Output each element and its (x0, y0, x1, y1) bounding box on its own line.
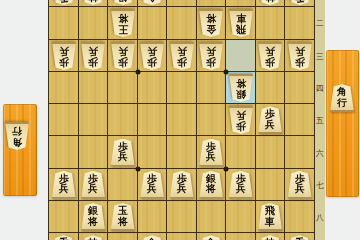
piece-歩兵-83[interactable]: 歩兵 (81, 42, 105, 70)
piece-face: 香車 (52, 0, 76, 5)
piece-桂馬-29[interactable]: 桂馬 (258, 235, 282, 240)
piece-face: 歩兵 (81, 171, 105, 199)
piece-face: 歩兵 (111, 139, 135, 167)
piece-face: 金将 (140, 235, 164, 240)
square-6-5[interactable] (138, 104, 168, 136)
square-2-2[interactable] (256, 7, 286, 39)
piece-face: 玉将 (111, 203, 135, 231)
square-5-1[interactable] (167, 0, 197, 7)
piece-kanji: 歩 (236, 121, 246, 132)
square-3-3[interactable] (226, 40, 256, 72)
piece-kanji: 歩 (177, 56, 187, 67)
piece-kanji: 歩 (147, 56, 157, 67)
rank-label-6: 六 (315, 147, 326, 158)
piece-歩兵-37[interactable]: 歩兵 (229, 171, 253, 199)
square-7-7[interactable] (108, 169, 138, 201)
piece-kanji: 兵 (236, 184, 246, 195)
piece-face: 歩兵 (258, 42, 282, 70)
square-2-4[interactable] (256, 72, 286, 104)
rank-label-strip: 一二三四五六七八九 (315, 0, 326, 240)
piece-銀将-71[interactable]: 銀将 (111, 0, 135, 5)
piece-kanji: 将 (206, 13, 216, 24)
piece-歩兵-17[interactable]: 歩兵 (288, 171, 312, 199)
piece-kanji: 兵 (265, 120, 275, 131)
piece-kanji: 兵 (147, 184, 157, 195)
piece-歩兵-53[interactable]: 歩兵 (170, 42, 194, 70)
piece-王将-72[interactable]: 王将 (111, 9, 135, 37)
rank-label-8: 八 (315, 212, 326, 223)
piece-kanji: 兵 (59, 46, 69, 57)
piece-face: 銀将 (229, 74, 253, 102)
piece-銀将-88[interactable]: 銀将 (81, 203, 105, 231)
piece-face: 香車 (288, 0, 312, 5)
piece-歩兵-67[interactable]: 歩兵 (140, 171, 164, 199)
piece-金将-42[interactable]: 金将 (199, 9, 223, 37)
piece-face: 歩兵 (170, 42, 194, 70)
piece-kanji: 金 (147, 0, 157, 2)
piece-face: 桂馬 (258, 0, 282, 5)
piece-歩兵-93[interactable]: 歩兵 (52, 42, 76, 70)
piece-kanji: 銀 (236, 88, 246, 99)
piece-kanji: 将 (118, 13, 128, 24)
piece-kanji: 桂 (265, 0, 275, 2)
square-3-9[interactable] (226, 233, 256, 240)
piece-歩兵-87[interactable]: 歩兵 (81, 171, 105, 199)
piece-桂馬-81[interactable]: 桂馬 (81, 0, 105, 5)
piece-face: 歩兵 (199, 139, 223, 167)
piece-kanji: 兵 (59, 184, 69, 195)
square-1-8[interactable] (285, 201, 315, 233)
piece-金将-49[interactable]: 金将 (199, 235, 223, 240)
piece-kanji: 歩 (88, 56, 98, 67)
square-5-6[interactable] (167, 136, 197, 168)
piece-face: 歩兵 (81, 42, 105, 70)
square-7-5[interactable] (108, 104, 138, 136)
square-4-8[interactable] (197, 201, 227, 233)
square-1-4[interactable] (285, 72, 315, 104)
square-1-2[interactable] (285, 7, 315, 39)
piece-face: 王将 (111, 9, 135, 37)
piece-香車-11[interactable]: 香車 (288, 0, 312, 5)
piece-銀将-34[interactable]: 銀将 (229, 74, 253, 102)
piece-face: 桂馬 (258, 235, 282, 240)
square-5-2[interactable] (167, 7, 197, 39)
piece-歩兵-97[interactable]: 歩兵 (52, 171, 76, 199)
piece-kanji: 兵 (118, 46, 128, 57)
square-8-2[interactable] (79, 7, 109, 39)
piece-飛車-32[interactable]: 飛車 (229, 9, 253, 37)
piece-桂馬-89[interactable]: 桂馬 (81, 235, 105, 240)
square-5-4[interactable] (167, 72, 197, 104)
piece-kanji: 歩 (295, 56, 305, 67)
piece-face: 歩兵 (52, 42, 76, 70)
piece-kanji: 兵 (147, 46, 157, 57)
piece-角行-in-hand[interactable]: 角行 (330, 84, 354, 112)
piece-face: 香車 (52, 235, 76, 240)
piece-歩兵-57[interactable]: 歩兵 (170, 171, 194, 199)
piece-kanji: 将 (118, 217, 128, 228)
piece-歩兵-63[interactable]: 歩兵 (140, 42, 164, 70)
piece-kanji: 車 (236, 13, 246, 24)
square-8-4[interactable] (79, 72, 109, 104)
piece-face: 角行 (5, 122, 29, 150)
gote-piece-stand[interactable]: 角行 (3, 104, 37, 196)
square-4-1[interactable] (197, 0, 227, 7)
square-8-6[interactable] (79, 136, 109, 168)
piece-kanji: 将 (236, 78, 246, 89)
piece-香車-91[interactable]: 香車 (52, 0, 76, 5)
piece-face: 歩兵 (288, 171, 312, 199)
square-3-8[interactable] (226, 201, 256, 233)
square-6-6[interactable] (138, 136, 168, 168)
piece-face: 歩兵 (229, 106, 253, 134)
square-9-6[interactable] (49, 136, 79, 168)
piece-face: 歩兵 (170, 171, 194, 199)
piece-kanji: 兵 (295, 184, 305, 195)
piece-face: 銀将 (199, 171, 223, 199)
star-point (135, 69, 140, 74)
piece-kanji: 香 (59, 0, 69, 2)
piece-kanji: 歩 (265, 56, 275, 67)
piece-桂馬-21[interactable]: 桂馬 (258, 0, 282, 5)
piece-face: 銀将 (111, 0, 135, 5)
piece-玉将-78[interactable]: 玉将 (111, 203, 135, 231)
square-7-4[interactable] (108, 72, 138, 104)
piece-kanji: 金 (206, 24, 216, 35)
piece-歩兵-43[interactable]: 歩兵 (199, 42, 223, 70)
square-1-5[interactable] (285, 104, 315, 136)
square-6-2[interactable] (138, 7, 168, 39)
piece-face: 歩兵 (229, 171, 253, 199)
piece-kanji: 桂 (88, 0, 98, 2)
square-4-5[interactable] (197, 104, 227, 136)
piece-face: 香車 (288, 235, 312, 240)
piece-香車-99[interactable]: 香車 (52, 235, 76, 240)
piece-金将-69[interactable]: 金将 (140, 235, 164, 240)
piece-kanji: 兵 (177, 184, 187, 195)
piece-face: 金将 (199, 9, 223, 37)
star-point (224, 69, 229, 74)
piece-kanji: 行 (337, 98, 347, 109)
square-4-4[interactable] (197, 72, 227, 104)
square-8-5[interactable] (79, 104, 109, 136)
square-9-2[interactable] (49, 7, 79, 39)
square-9-4[interactable] (49, 72, 79, 104)
piece-kanji: 兵 (236, 110, 246, 121)
square-6-4[interactable] (138, 72, 168, 104)
piece-face: 歩兵 (52, 171, 76, 199)
rank-label-3: 三 (315, 50, 326, 61)
piece-face: 桂馬 (81, 0, 105, 5)
piece-kanji: 兵 (118, 152, 128, 163)
sente-piece-stand[interactable]: 角行 (326, 50, 359, 197)
piece-face: 桂馬 (81, 235, 105, 240)
piece-歩兵-73[interactable]: 歩兵 (111, 42, 135, 70)
piece-face: 歩兵 (288, 42, 312, 70)
piece-face: 歩兵 (258, 106, 282, 134)
piece-face: 銀将 (81, 203, 105, 231)
piece-face: 金将 (199, 235, 223, 240)
piece-kanji: 車 (265, 217, 275, 228)
square-3-6[interactable] (226, 136, 256, 168)
square-5-9[interactable] (167, 233, 197, 240)
piece-kanji: 将 (88, 217, 98, 228)
piece-飛車-28[interactable]: 飛車 (258, 203, 282, 231)
piece-kanji: 銀 (118, 0, 128, 2)
piece-face: 飛車 (229, 9, 253, 37)
piece-kanji: 歩 (118, 56, 128, 67)
shogi-app-viewport: 香車桂馬銀将金将桂馬香車王将金将飛車歩兵歩兵歩兵歩兵歩兵歩兵歩兵歩兵銀将歩兵歩兵… (0, 0, 360, 240)
piece-face: 歩兵 (140, 42, 164, 70)
piece-kanji: 歩 (59, 56, 69, 67)
piece-face: 飛車 (258, 203, 282, 231)
square-3-1[interactable] (226, 0, 256, 7)
piece-金将-61[interactable]: 金将 (140, 0, 164, 5)
piece-face: 歩兵 (111, 42, 135, 70)
piece-kanji: 香 (295, 0, 305, 2)
piece-kanji: 将 (206, 184, 216, 195)
square-2-7[interactable] (256, 169, 286, 201)
piece-銀将-47[interactable]: 銀将 (199, 171, 223, 199)
piece-face: 角行 (330, 84, 354, 112)
square-9-8[interactable] (49, 201, 79, 233)
piece-角行-in-hand[interactable]: 角行 (5, 122, 29, 150)
square-7-9[interactable] (108, 233, 138, 240)
piece-kanji: 兵 (295, 46, 305, 57)
square-1-6[interactable] (285, 136, 315, 168)
piece-kanji: 兵 (265, 46, 275, 57)
square-5-8[interactable] (167, 201, 197, 233)
piece-歩兵-13[interactable]: 歩兵 (288, 42, 312, 70)
rank-label-4: 四 (315, 82, 326, 93)
piece-歩兵-46[interactable]: 歩兵 (199, 139, 223, 167)
rank-label-5: 五 (315, 115, 326, 126)
piece-歩兵-23[interactable]: 歩兵 (258, 42, 282, 70)
piece-face: 歩兵 (140, 171, 164, 199)
piece-kanji: 兵 (206, 46, 216, 57)
piece-歩兵-76[interactable]: 歩兵 (111, 139, 135, 167)
piece-kanji: 歩 (206, 56, 216, 67)
piece-香車-19[interactable]: 香車 (288, 235, 312, 240)
rank-label-7: 七 (315, 179, 326, 190)
piece-kanji: 行 (12, 126, 22, 137)
piece-kanji: 兵 (88, 46, 98, 57)
square-9-5[interactable] (49, 104, 79, 136)
square-5-5[interactable] (167, 104, 197, 136)
piece-face: 歩兵 (199, 42, 223, 70)
piece-kanji: 兵 (206, 152, 216, 163)
piece-kanji: 角 (12, 137, 22, 148)
piece-kanji: 兵 (88, 184, 98, 195)
square-2-6[interactable] (256, 136, 286, 168)
piece-kanji: 兵 (177, 46, 187, 57)
shogi-board: 香車桂馬銀将金将桂馬香車王将金将飛車歩兵歩兵歩兵歩兵歩兵歩兵歩兵歩兵銀将歩兵歩兵… (48, 0, 315, 240)
piece-歩兵-35[interactable]: 歩兵 (229, 106, 253, 134)
square-6-8[interactable] (138, 201, 168, 233)
piece-歩兵-25[interactable]: 歩兵 (258, 106, 282, 134)
piece-kanji: 飛 (236, 24, 246, 35)
piece-kanji: 王 (118, 24, 128, 35)
piece-face: 金将 (140, 0, 164, 5)
rank-label-2: 二 (315, 18, 326, 29)
